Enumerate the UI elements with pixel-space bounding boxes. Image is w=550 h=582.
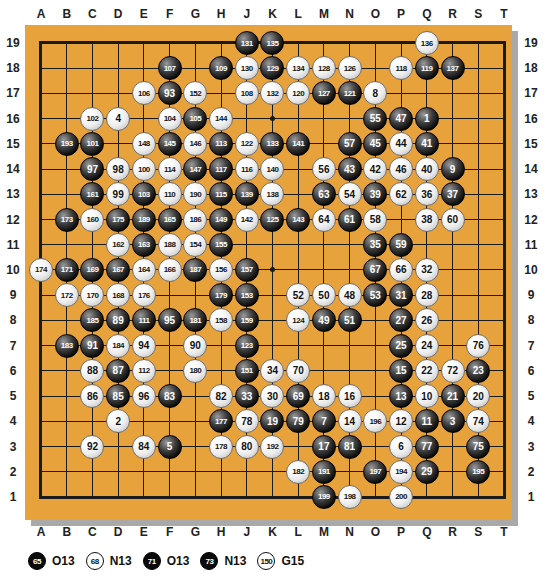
- stone-M9: 50: [312, 283, 336, 307]
- coord-top-K: K: [268, 7, 277, 21]
- coord-bottom-J: J: [243, 525, 250, 539]
- stone-Q5: 10: [415, 384, 439, 408]
- coord-right-5: 5: [528, 389, 535, 403]
- stone-B15: 193: [55, 132, 79, 156]
- coord-bottom-K: K: [268, 525, 277, 539]
- stone-J18: 130: [235, 56, 259, 80]
- coord-top-T: T: [500, 7, 507, 21]
- stone-L12: 143: [286, 208, 310, 232]
- stone-M14: 56: [312, 157, 336, 181]
- coord-left-9: 9: [10, 288, 17, 302]
- coord-bottom-E: E: [140, 525, 148, 539]
- coord-left-17: 17: [6, 86, 19, 100]
- stone-J10: 157: [235, 258, 259, 282]
- stone-E6: 112: [132, 359, 156, 383]
- stone-L2: 182: [286, 460, 310, 484]
- stone-M18: 128: [312, 56, 336, 80]
- stone-M12: 64: [312, 208, 336, 232]
- caption-stone-65: 65: [28, 552, 46, 570]
- stone-R14: 9: [441, 157, 465, 181]
- coord-top-J: J: [243, 7, 250, 21]
- stone-F16: 104: [158, 107, 182, 131]
- stone-O2: 197: [363, 460, 387, 484]
- stone-P2: 194: [389, 460, 413, 484]
- coord-top-E: E: [140, 7, 148, 21]
- stone-H11: 155: [209, 233, 233, 257]
- stone-P3: 6: [389, 435, 413, 459]
- coord-top-B: B: [62, 7, 71, 21]
- stone-G6: 180: [183, 359, 207, 383]
- stone-H15: 113: [209, 132, 233, 156]
- stone-E10: 164: [132, 258, 156, 282]
- stone-E12: 189: [132, 208, 156, 232]
- coord-bottom-G: G: [191, 525, 200, 539]
- stone-Q9: 28: [415, 283, 439, 307]
- stone-E15: 148: [132, 132, 156, 156]
- stone-Q6: 22: [415, 359, 439, 383]
- coord-left-15: 15: [6, 137, 19, 151]
- caption-move: 73N13: [200, 552, 250, 570]
- stone-J8: 159: [235, 308, 259, 332]
- stone-H5: 82: [209, 384, 233, 408]
- coord-left-12: 12: [6, 213, 19, 227]
- coord-right-15: 15: [524, 137, 537, 151]
- coord-bottom-D: D: [114, 525, 123, 539]
- stone-D6: 87: [106, 359, 130, 383]
- stone-G12: 186: [183, 208, 207, 232]
- coord-top-P: P: [397, 7, 405, 21]
- stone-N1: 198: [338, 485, 362, 509]
- coord-right-12: 12: [524, 213, 537, 227]
- stone-P7: 25: [389, 334, 413, 358]
- stone-E7: 94: [132, 334, 156, 358]
- stone-N13: 54: [338, 182, 362, 206]
- stone-N4: 14: [338, 409, 362, 433]
- caption-stone-71: 71: [143, 552, 161, 570]
- stone-J12: 142: [235, 208, 259, 232]
- coord-bottom-A: A: [37, 525, 46, 539]
- stone-Q14: 40: [415, 157, 439, 181]
- stone-Q12: 38: [415, 208, 439, 232]
- stone-D10: 167: [106, 258, 130, 282]
- stone-O16: 55: [363, 107, 387, 131]
- coord-bottom-M: M: [319, 525, 329, 539]
- coord-left-5: 5: [10, 389, 17, 403]
- coord-left-14: 14: [6, 162, 19, 176]
- stone-E14: 100: [132, 157, 156, 181]
- stone-J13: 139: [235, 182, 259, 206]
- stone-Q13: 36: [415, 182, 439, 206]
- go-board: 1311351361071091301291341281261181191371…: [25, 25, 512, 520]
- stone-B10: 171: [55, 258, 79, 282]
- stone-R12: 60: [441, 208, 465, 232]
- caption-move: 150G15: [257, 552, 308, 570]
- coord-right-18: 18: [524, 61, 537, 75]
- coord-top-O: O: [371, 7, 380, 21]
- coord-right-9: 9: [528, 288, 535, 302]
- stone-N12: 61: [338, 208, 362, 232]
- stone-P15: 44: [389, 132, 413, 156]
- stone-N15: 57: [338, 132, 362, 156]
- stone-N3: 81: [338, 435, 362, 459]
- coord-bottom-T: T: [500, 525, 507, 539]
- stone-H16: 144: [209, 107, 233, 131]
- stone-J15: 122: [235, 132, 259, 156]
- coord-top-D: D: [114, 7, 123, 21]
- caption-point-N13: N13: [110, 554, 132, 568]
- coord-top-M: M: [319, 7, 329, 21]
- stone-Q4: 11: [415, 409, 439, 433]
- coord-right-8: 8: [528, 313, 535, 327]
- coord-left-11: 11: [7, 238, 20, 252]
- stone-J19: 131: [235, 31, 259, 55]
- stone-E11: 163: [132, 233, 156, 257]
- stone-N8: 51: [338, 308, 362, 332]
- coord-right-13: 13: [524, 187, 537, 201]
- stone-J6: 151: [235, 359, 259, 383]
- stone-F10: 166: [158, 258, 182, 282]
- coord-bottom-Q: Q: [422, 525, 431, 539]
- stone-G16: 105: [183, 107, 207, 131]
- stone-E5: 96: [132, 384, 156, 408]
- coord-left-7: 7: [10, 339, 17, 353]
- caption-move: 65O13: [28, 552, 79, 570]
- coord-left-3: 3: [10, 440, 17, 454]
- stone-F18: 107: [158, 56, 182, 80]
- stone-P1: 200: [389, 485, 413, 509]
- coord-right-1: 1: [528, 490, 535, 504]
- stone-F12: 165: [158, 208, 182, 232]
- stone-Q15: 41: [415, 132, 439, 156]
- coord-right-2: 2: [528, 465, 535, 479]
- coord-left-10: 10: [6, 263, 19, 277]
- coord-left-19: 19: [6, 36, 19, 50]
- stone-D11: 162: [106, 233, 130, 257]
- go-game-diagram: 1311351361071091301291341281261181191371…: [0, 0, 550, 582]
- stone-S3: 75: [466, 435, 490, 459]
- stone-H14: 117: [209, 157, 233, 181]
- stone-N9: 48: [338, 283, 362, 307]
- stone-N14: 43: [338, 157, 362, 181]
- stone-O11: 35: [363, 233, 387, 257]
- coord-right-4: 4: [528, 414, 535, 428]
- stone-E9: 176: [132, 283, 156, 307]
- stone-J14: 116: [235, 157, 259, 181]
- stone-D16: 4: [106, 107, 130, 131]
- stone-M3: 17: [312, 435, 336, 459]
- coord-bottom-H: H: [217, 525, 226, 539]
- stone-C16: 102: [80, 107, 104, 131]
- stone-P6: 15: [389, 359, 413, 383]
- caption-move: 71O13: [143, 552, 194, 570]
- caption-ko-moves: 65O1368N1371O1373N13150G15: [28, 552, 308, 570]
- stone-Q7: 24: [415, 334, 439, 358]
- stone-C3: 92: [80, 435, 104, 459]
- stone-F15: 145: [158, 132, 182, 156]
- coord-top-A: A: [37, 7, 46, 21]
- coord-bottom-L: L: [295, 525, 302, 539]
- coord-top-C: C: [88, 7, 97, 21]
- coord-bottom-O: O: [371, 525, 380, 539]
- coord-right-16: 16: [524, 112, 537, 126]
- stone-K12: 125: [260, 208, 284, 232]
- stone-G7: 90: [183, 334, 207, 358]
- caption-point-O13: O13: [52, 554, 75, 568]
- stone-Q2: 29: [415, 460, 439, 484]
- stone-A10: 174: [29, 258, 53, 282]
- stone-P16: 47: [389, 107, 413, 131]
- coord-bottom-B: B: [62, 525, 71, 539]
- stone-D7: 184: [106, 334, 130, 358]
- stone-H12: 149: [209, 208, 233, 232]
- stone-R13: 37: [441, 182, 465, 206]
- coord-right-3: 3: [528, 440, 535, 454]
- stone-L15: 141: [286, 132, 310, 156]
- stone-H10: 156: [209, 258, 233, 282]
- stone-Q3: 77: [415, 435, 439, 459]
- stone-K3: 192: [260, 435, 284, 459]
- stone-F5: 83: [158, 384, 182, 408]
- stone-F3: 5: [158, 435, 182, 459]
- stone-P11: 59: [389, 233, 413, 257]
- coord-top-S: S: [474, 7, 482, 21]
- stone-M5: 18: [312, 384, 336, 408]
- stone-M2: 191: [312, 460, 336, 484]
- coord-bottom-F: F: [166, 525, 173, 539]
- coord-left-4: 4: [10, 414, 17, 428]
- coord-top-R: R: [448, 7, 457, 21]
- stone-J4: 78: [235, 409, 259, 433]
- stone-P14: 46: [389, 157, 413, 181]
- coord-left-18: 18: [6, 61, 19, 75]
- stone-Q16: 1: [415, 107, 439, 131]
- stone-F17: 93: [158, 81, 182, 105]
- stone-E3: 84: [132, 435, 156, 459]
- caption-point-O13: O13: [167, 554, 190, 568]
- stone-J9: 153: [235, 283, 259, 307]
- coord-bottom-R: R: [448, 525, 457, 539]
- stone-R4: 3: [441, 409, 465, 433]
- coord-bottom-P: P: [397, 525, 405, 539]
- caption-stone-68: 68: [86, 552, 104, 570]
- coord-right-10: 10: [524, 263, 537, 277]
- stone-N18: 126: [338, 56, 362, 80]
- stone-N17: 121: [338, 81, 362, 105]
- caption-stone-150: 150: [257, 552, 275, 570]
- stone-D12: 175: [106, 208, 130, 232]
- stone-J5: 33: [235, 384, 259, 408]
- stone-O12: 58: [363, 208, 387, 232]
- stone-G11: 154: [183, 233, 207, 257]
- coord-left-2: 2: [10, 465, 17, 479]
- caption-stone-73: 73: [200, 552, 218, 570]
- coord-bottom-N: N: [345, 525, 354, 539]
- stone-Q18: 119: [415, 56, 439, 80]
- stone-J3: 80: [235, 435, 259, 459]
- coord-left-16: 16: [6, 112, 19, 126]
- stone-B9: 172: [55, 283, 79, 307]
- stone-R5: 21: [441, 384, 465, 408]
- stone-L6: 70: [286, 359, 310, 383]
- stone-J7: 123: [235, 334, 259, 358]
- coord-right-7: 7: [528, 339, 535, 353]
- caption-move: 68N13: [86, 552, 136, 570]
- caption-point-G15: G15: [281, 554, 304, 568]
- coord-right-17: 17: [524, 86, 537, 100]
- stone-S7: 76: [466, 334, 490, 358]
- stone-N5: 16: [338, 384, 362, 408]
- coord-top-Q: Q: [422, 7, 431, 21]
- coord-top-F: F: [166, 7, 173, 21]
- coord-left-1: 1: [10, 490, 17, 504]
- stone-F8: 95: [158, 308, 182, 332]
- stone-P5: 13: [389, 384, 413, 408]
- coord-left-6: 6: [10, 364, 17, 378]
- stone-S2: 195: [466, 460, 490, 484]
- coord-right-14: 14: [524, 162, 537, 176]
- stone-B12: 173: [55, 208, 79, 232]
- stone-H3: 178: [209, 435, 233, 459]
- coord-bottom-S: S: [474, 525, 482, 539]
- coord-top-L: L: [295, 7, 302, 21]
- stone-R6: 72: [441, 359, 465, 383]
- stone-C7: 91: [80, 334, 104, 358]
- stone-P10: 66: [389, 258, 413, 282]
- coord-left-13: 13: [6, 187, 19, 201]
- coord-top-G: G: [191, 7, 200, 21]
- stone-S6: 23: [466, 359, 490, 383]
- stone-Q10: 32: [415, 258, 439, 282]
- coord-bottom-C: C: [88, 525, 97, 539]
- coord-right-6: 6: [528, 364, 535, 378]
- stone-M1: 199: [312, 485, 336, 509]
- stone-C12: 160: [80, 208, 104, 232]
- coord-top-N: N: [345, 7, 354, 21]
- stone-F14: 114: [158, 157, 182, 181]
- coord-top-H: H: [217, 7, 226, 21]
- coord-right-11: 11: [525, 238, 538, 252]
- coord-right-19: 19: [524, 36, 537, 50]
- stone-Q19: 136: [415, 31, 439, 55]
- stone-F13: 110: [158, 182, 182, 206]
- stone-R18: 137: [441, 56, 465, 80]
- stone-F11: 188: [158, 233, 182, 257]
- caption-point-N13: N13: [224, 554, 246, 568]
- stone-B7: 183: [55, 334, 79, 358]
- coord-left-8: 8: [10, 313, 17, 327]
